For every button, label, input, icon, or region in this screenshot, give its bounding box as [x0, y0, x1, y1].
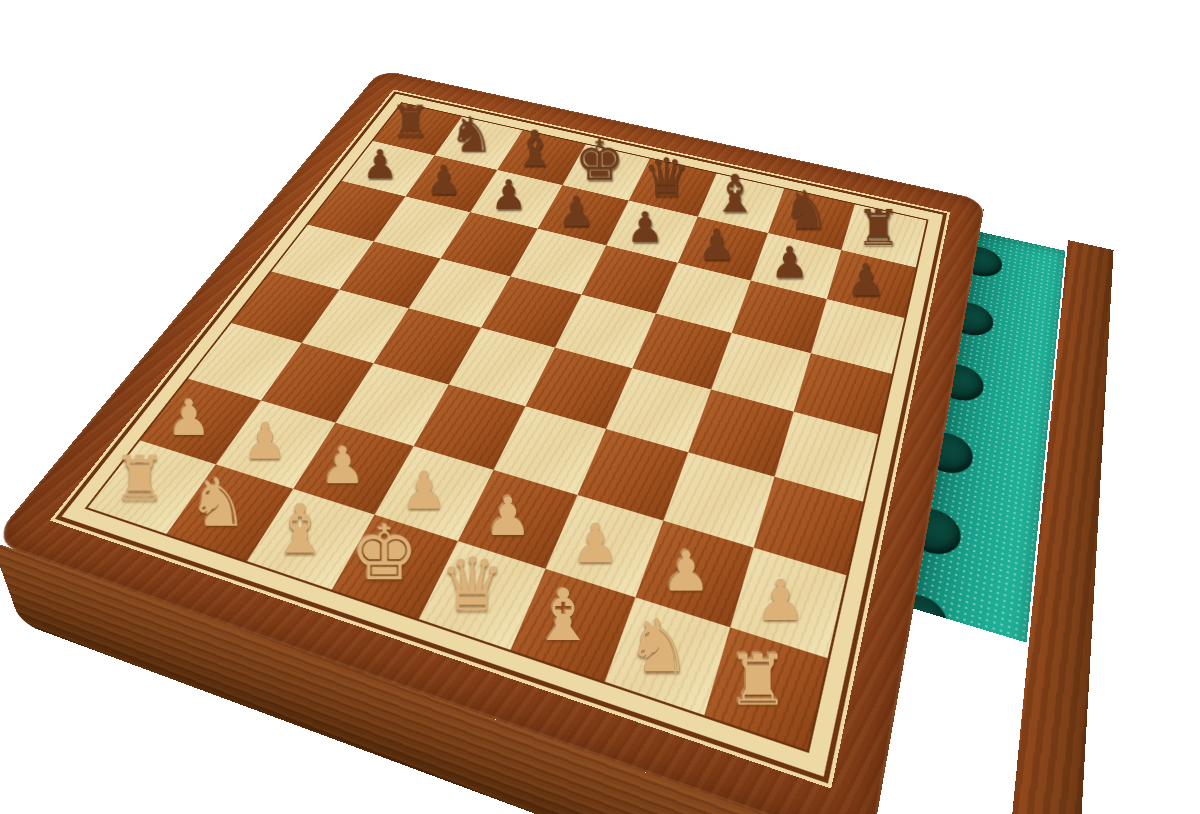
queen-glyph: ♛	[424, 548, 521, 621]
square[interactable]	[811, 299, 905, 374]
bishop-glyph: ♝	[699, 168, 771, 220]
pawn-glyph: ♟	[548, 516, 642, 570]
pawn-glyph: ♟	[298, 440, 387, 491]
rook-glyph: ♜	[376, 99, 443, 144]
pawn-glyph: ♟	[679, 223, 754, 266]
pawn-glyph: ♟	[408, 159, 478, 199]
pawn-glyph: ♟	[827, 258, 904, 302]
pawn-glyph: ♟	[462, 490, 554, 543]
bishop-glyph: ♝	[514, 579, 613, 651]
pawn-glyph: ♟	[752, 240, 828, 284]
knight-glyph: ♞	[608, 609, 709, 682]
knight-glyph: ♞	[438, 110, 506, 159]
pawn-glyph: ♟	[638, 543, 734, 598]
pawn-glyph: ♟	[146, 393, 232, 442]
rook-glyph: ♜	[842, 203, 916, 253]
queen-glyph: ♛	[631, 151, 702, 204]
king-glyph: ♚	[565, 133, 635, 189]
pawn-glyph: ♟	[540, 190, 612, 232]
chess-box: ♜♞♝♚♛♝♞♜♟♟♟♟♟♟♟♟♟♟♟♟♟♟♟♟♜♞♝♚♛♝♞♜	[91, 105, 924, 747]
knight-glyph: ♞	[172, 469, 264, 536]
pawn-glyph: ♟	[732, 572, 830, 628]
bishop-glyph: ♝	[500, 124, 569, 174]
scene: ♜♞♝♚♛♝♞♜♟♟♟♟♟♟♟♟♟♟♟♟♟♟♟♟♜♞♝♚♛♝♞♜	[0, 0, 1200, 814]
rook-glyph: ♜	[95, 449, 185, 510]
pawn-glyph: ♟	[221, 416, 308, 466]
pawn-glyph: ♟	[345, 145, 414, 185]
chess-set-photo: ♜♞♝♚♛♝♞♜♟♟♟♟♟♟♟♟♟♟♟♟♟♟♟♟♜♞♝♚♛♝♞♜	[0, 0, 1200, 814]
bishop-glyph: ♝	[253, 495, 347, 563]
rook-glyph: ♜	[706, 646, 809, 716]
king-glyph: ♚	[337, 515, 432, 591]
pawn-glyph: ♟	[473, 175, 544, 216]
pawn-glyph: ♟	[608, 207, 681, 249]
knight-glyph: ♞	[769, 184, 842, 237]
